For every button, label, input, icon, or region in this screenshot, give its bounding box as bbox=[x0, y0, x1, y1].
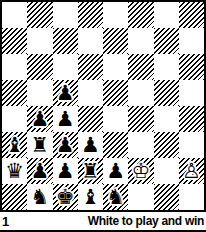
square-e2[interactable]: ♟ bbox=[103, 158, 128, 184]
piece-black-pawn: ♟ bbox=[56, 135, 75, 156]
square-b2[interactable]: ♟ bbox=[27, 158, 52, 184]
piece-black-rook: ♜ bbox=[30, 135, 49, 156]
square-g8[interactable] bbox=[154, 2, 179, 28]
square-b3[interactable]: ♜ bbox=[27, 132, 52, 158]
square-a1[interactable] bbox=[2, 184, 27, 210]
square-c6[interactable] bbox=[53, 54, 78, 80]
caption-text: White to play and win bbox=[88, 214, 204, 228]
square-a6[interactable] bbox=[2, 54, 27, 80]
square-f4[interactable] bbox=[128, 106, 153, 132]
square-b5[interactable] bbox=[27, 80, 52, 106]
square-e8[interactable] bbox=[103, 2, 128, 28]
square-a7[interactable] bbox=[2, 28, 27, 54]
square-g7[interactable] bbox=[154, 28, 179, 54]
square-f8[interactable] bbox=[128, 2, 153, 28]
square-e1[interactable]: ♞ bbox=[103, 184, 128, 210]
square-a8[interactable] bbox=[2, 2, 27, 28]
square-h1[interactable] bbox=[179, 184, 204, 210]
chess-board: ♟♟♟♝♜♟♟♛♟♟♜♟♔♙♞♚♝♞ bbox=[0, 0, 206, 212]
square-e5[interactable] bbox=[103, 80, 128, 106]
piece-black-knight: ♞ bbox=[30, 187, 49, 208]
piece-black-pawn: ♟ bbox=[56, 83, 75, 104]
piece-black-rook: ♜ bbox=[81, 161, 100, 182]
piece-black-king: ♚ bbox=[56, 187, 75, 208]
square-c2[interactable]: ♟ bbox=[53, 158, 78, 184]
square-f5[interactable] bbox=[128, 80, 153, 106]
piece-black-pawn: ♟ bbox=[106, 161, 125, 182]
square-a2[interactable]: ♛ bbox=[2, 158, 27, 184]
square-d7[interactable] bbox=[78, 28, 103, 54]
square-c8[interactable] bbox=[53, 2, 78, 28]
square-d2[interactable]: ♜ bbox=[78, 158, 103, 184]
square-a4[interactable] bbox=[2, 106, 27, 132]
square-f7[interactable] bbox=[128, 28, 153, 54]
caption-bar: 1 White to play and win bbox=[0, 212, 206, 232]
square-g4[interactable] bbox=[154, 106, 179, 132]
square-g1[interactable] bbox=[154, 184, 179, 210]
square-f1[interactable] bbox=[128, 184, 153, 210]
square-e3[interactable] bbox=[103, 132, 128, 158]
diagram-number: 1 bbox=[2, 214, 9, 229]
square-e6[interactable] bbox=[103, 54, 128, 80]
square-c5[interactable]: ♟ bbox=[53, 80, 78, 106]
square-b6[interactable] bbox=[27, 54, 52, 80]
square-f3[interactable] bbox=[128, 132, 153, 158]
piece-black-pawn: ♟ bbox=[30, 161, 49, 182]
square-g3[interactable] bbox=[154, 132, 179, 158]
square-e7[interactable] bbox=[103, 28, 128, 54]
square-b8[interactable] bbox=[27, 2, 52, 28]
piece-black-queen: ♛ bbox=[5, 161, 24, 182]
square-d8[interactable] bbox=[78, 2, 103, 28]
square-d6[interactable] bbox=[78, 54, 103, 80]
square-e4[interactable] bbox=[103, 106, 128, 132]
square-c1[interactable]: ♚ bbox=[53, 184, 78, 210]
piece-black-bishop: ♝ bbox=[5, 135, 24, 156]
square-h6[interactable] bbox=[179, 54, 204, 80]
square-h4[interactable] bbox=[179, 106, 204, 132]
piece-white-pawn: ♙ bbox=[182, 161, 201, 182]
square-f6[interactable] bbox=[128, 54, 153, 80]
square-d4[interactable] bbox=[78, 106, 103, 132]
square-b1[interactable]: ♞ bbox=[27, 184, 52, 210]
square-a3[interactable]: ♝ bbox=[2, 132, 27, 158]
square-c4[interactable]: ♟ bbox=[53, 106, 78, 132]
square-h8[interactable] bbox=[179, 2, 204, 28]
piece-black-bishop: ♝ bbox=[81, 187, 100, 208]
chess-diagram: ♟♟♟♝♜♟♟♛♟♟♜♟♔♙♞♚♝♞ 1 White to play and w… bbox=[0, 0, 206, 232]
square-c3[interactable]: ♟ bbox=[53, 132, 78, 158]
piece-black-pawn: ♟ bbox=[30, 109, 49, 130]
square-a5[interactable] bbox=[2, 80, 27, 106]
piece-black-knight: ♞ bbox=[106, 187, 125, 208]
square-h7[interactable] bbox=[179, 28, 204, 54]
square-f2[interactable]: ♔ bbox=[128, 158, 153, 184]
square-g2[interactable] bbox=[154, 158, 179, 184]
square-h2[interactable]: ♙ bbox=[179, 158, 204, 184]
piece-white-king: ♔ bbox=[131, 161, 150, 182]
square-g5[interactable] bbox=[154, 80, 179, 106]
square-b7[interactable] bbox=[27, 28, 52, 54]
piece-black-pawn: ♟ bbox=[81, 135, 100, 156]
piece-black-pawn: ♟ bbox=[56, 161, 75, 182]
square-d1[interactable]: ♝ bbox=[78, 184, 103, 210]
square-d5[interactable] bbox=[78, 80, 103, 106]
square-g6[interactable] bbox=[154, 54, 179, 80]
square-c7[interactable] bbox=[53, 28, 78, 54]
square-h3[interactable] bbox=[179, 132, 204, 158]
square-b4[interactable]: ♟ bbox=[27, 106, 52, 132]
square-h5[interactable] bbox=[179, 80, 204, 106]
piece-black-pawn: ♟ bbox=[56, 109, 75, 130]
square-d3[interactable]: ♟ bbox=[78, 132, 103, 158]
